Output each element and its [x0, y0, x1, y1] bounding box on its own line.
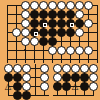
- black-stone: [80, 73, 89, 82]
- black-stone: [80, 82, 89, 91]
- white-stone: [53, 73, 62, 82]
- go-diagram-canvas: △△: [0, 0, 100, 100]
- triangle-mark: △: [71, 82, 80, 91]
- white-stone: [89, 73, 98, 82]
- black-stone: [53, 82, 62, 91]
- white-stone: [80, 64, 89, 73]
- grid-line-horizontal: [53, 95, 94, 96]
- white-stone: [62, 64, 71, 73]
- bottom-right-board: △: [0, 0, 100, 100]
- white-stone: [71, 64, 80, 73]
- white-stone: [89, 64, 98, 73]
- white-stone: [89, 82, 98, 91]
- white-stone: [53, 64, 62, 73]
